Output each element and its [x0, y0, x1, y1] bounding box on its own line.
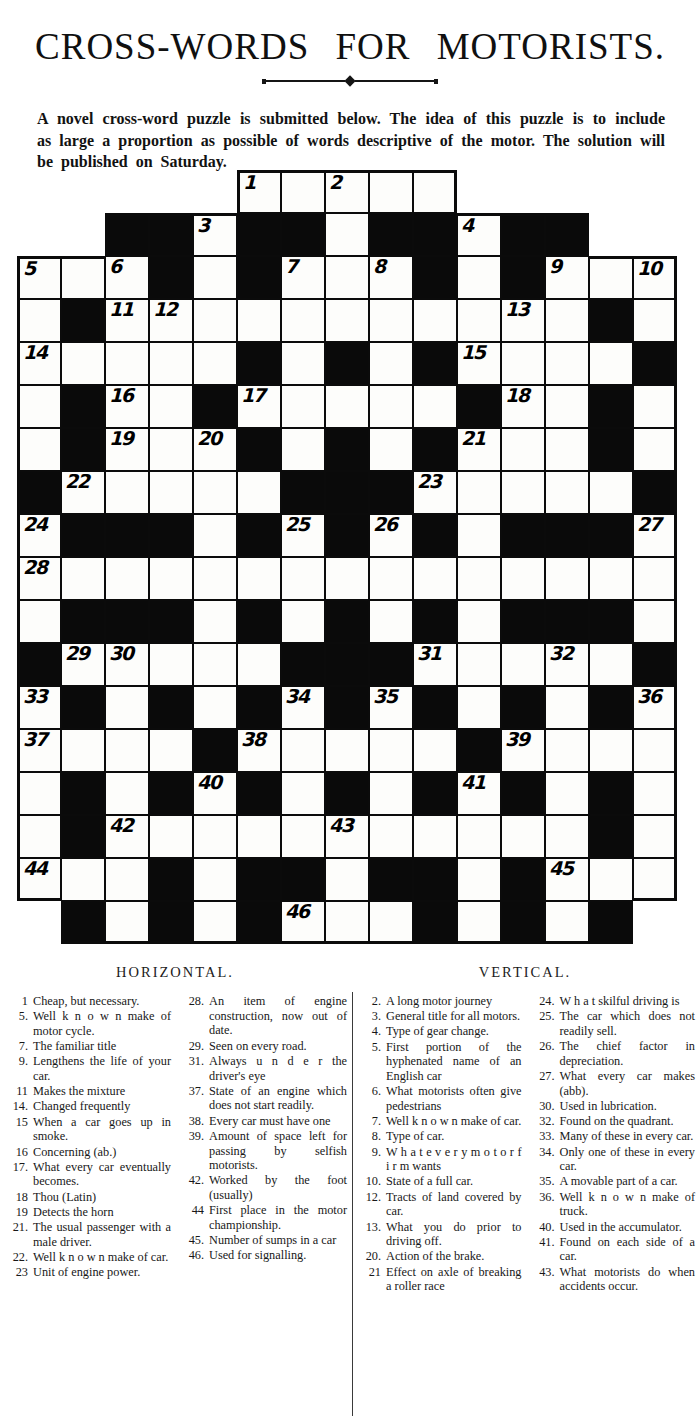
- black-square: [413, 213, 457, 256]
- clue-text: State of an engine which does not start …: [209, 1084, 347, 1113]
- black-square: [61, 772, 105, 815]
- outside-area: [501, 170, 545, 213]
- vertical-clues-column-2: 24.W h a t skilful driving is25.The car …: [527, 992, 700, 1416]
- white-square[interactable]: [501, 428, 545, 471]
- clue: 21Effect on axle of breaking a roller ra…: [354, 1265, 522, 1294]
- divider-end-cap: [434, 79, 438, 84]
- white-square[interactable]: 25: [281, 514, 325, 557]
- white-square[interactable]: [193, 299, 237, 342]
- clue-number: 5.: [1, 1009, 33, 1038]
- white-square[interactable]: [149, 729, 193, 772]
- white-square[interactable]: 42: [105, 815, 149, 858]
- white-square[interactable]: 26: [369, 514, 413, 557]
- white-square[interactable]: [61, 729, 105, 772]
- white-square[interactable]: 7: [281, 256, 325, 299]
- clue-text: Only one of these in every car.: [560, 1145, 696, 1174]
- white-square[interactable]: [589, 557, 633, 600]
- white-square[interactable]: [501, 815, 545, 858]
- horizontal-clues: 1Cheap, but necessary.5.Well k n o w n m…: [0, 992, 352, 1416]
- white-square[interactable]: [105, 901, 149, 944]
- white-square[interactable]: [369, 729, 413, 772]
- clue: 2.A long motor journey: [354, 994, 522, 1009]
- white-square[interactable]: 29: [61, 643, 105, 686]
- white-square[interactable]: 21: [457, 428, 501, 471]
- white-square[interactable]: [281, 342, 325, 385]
- white-square[interactable]: [17, 772, 61, 815]
- clue: 28.An item of engine construction, now o…: [177, 994, 347, 1038]
- white-square[interactable]: [105, 686, 149, 729]
- clue-text: Detects the horn: [33, 1205, 171, 1220]
- clue: 14.Changed frequently: [1, 1099, 171, 1114]
- black-square: [281, 643, 325, 686]
- white-square[interactable]: 15: [457, 342, 501, 385]
- white-square[interactable]: [369, 428, 413, 471]
- clue-text: Worked by the foot (usually): [209, 1173, 347, 1202]
- cell-number: 41: [461, 772, 484, 793]
- white-square[interactable]: [61, 342, 105, 385]
- white-square[interactable]: [633, 815, 677, 858]
- white-square[interactable]: [633, 385, 677, 428]
- white-square[interactable]: [457, 514, 501, 557]
- white-square[interactable]: 24: [17, 514, 61, 557]
- clue-text: Makes the mixture: [33, 1084, 171, 1099]
- white-square[interactable]: [281, 170, 325, 213]
- white-square[interactable]: 9: [545, 256, 589, 299]
- white-square[interactable]: 22: [61, 471, 105, 514]
- clue-text: Type of gear change.: [386, 1024, 522, 1039]
- clue-text: Well k n o w n make of motor cycle.: [33, 1009, 171, 1038]
- clue: 22.Well k n o w n make of car.: [1, 1250, 171, 1265]
- cell-number: 7: [285, 256, 297, 277]
- cell-number: 10: [637, 258, 660, 279]
- white-square[interactable]: [369, 772, 413, 815]
- white-square[interactable]: [61, 557, 105, 600]
- white-square[interactable]: [369, 299, 413, 342]
- white-square[interactable]: [633, 772, 677, 815]
- white-square[interactable]: [325, 385, 369, 428]
- clue: 6.What motorists often give pedestrians: [354, 1084, 522, 1113]
- clue-number: 23: [1, 1265, 33, 1280]
- cell-number: 13: [505, 299, 528, 320]
- white-square[interactable]: [413, 170, 457, 213]
- white-square[interactable]: [193, 858, 237, 901]
- black-square: [589, 514, 633, 557]
- white-square[interactable]: [237, 815, 281, 858]
- cell-number: 8: [373, 256, 385, 277]
- clue: 7.Well k n o w n make of car.: [354, 1114, 522, 1129]
- clue-text: What motorists do when accidents occur.: [560, 1265, 696, 1294]
- white-square[interactable]: [369, 557, 413, 600]
- black-square: [193, 385, 237, 428]
- cell-number: 26: [373, 514, 396, 535]
- cell-number: 39: [505, 729, 528, 750]
- clue-number: 35.: [528, 1174, 560, 1189]
- white-square[interactable]: [369, 901, 413, 944]
- white-square[interactable]: [545, 471, 589, 514]
- white-square[interactable]: 11: [105, 299, 149, 342]
- white-square[interactable]: 33: [17, 686, 61, 729]
- black-square: [61, 686, 105, 729]
- cell-number: 18: [505, 385, 528, 406]
- white-square[interactable]: [589, 256, 633, 299]
- outside-area: [193, 170, 237, 213]
- white-square[interactable]: 5: [17, 256, 61, 299]
- white-square[interactable]: [545, 686, 589, 729]
- white-square[interactable]: [369, 342, 413, 385]
- white-square[interactable]: [369, 170, 413, 213]
- white-square[interactable]: 45: [545, 858, 589, 901]
- white-square[interactable]: [413, 385, 457, 428]
- clue-text: Type of car.: [386, 1129, 522, 1144]
- clue: 10.State of a full car.: [354, 1174, 522, 1189]
- white-square[interactable]: 31: [413, 643, 457, 686]
- white-square[interactable]: [281, 557, 325, 600]
- clue: 11Makes the mixture: [1, 1084, 171, 1099]
- clue-number: 21: [354, 1265, 386, 1294]
- black-square: [457, 729, 501, 772]
- cell-number: 46: [285, 901, 308, 922]
- clue: 31.Always u n d e r the driver's eye: [177, 1054, 347, 1083]
- white-square[interactable]: 4: [457, 213, 501, 256]
- white-square[interactable]: 32: [545, 643, 589, 686]
- clue-number: 7.: [354, 1114, 386, 1129]
- clue-text: Thou (Latin): [33, 1190, 171, 1205]
- clue-lists: 1Cheap, but necessary.5.Well k n o w n m…: [0, 992, 700, 1416]
- clue: 44First place in the motor championship.: [177, 1203, 347, 1232]
- white-square[interactable]: [457, 686, 501, 729]
- white-square[interactable]: [457, 557, 501, 600]
- cell-number: 27: [637, 514, 660, 535]
- white-square[interactable]: [325, 729, 369, 772]
- clue-number: 41.: [528, 1235, 560, 1264]
- white-square[interactable]: [545, 815, 589, 858]
- white-square[interactable]: [545, 428, 589, 471]
- black-square: [61, 428, 105, 471]
- white-square[interactable]: [501, 643, 545, 686]
- white-square[interactable]: 27: [633, 514, 677, 557]
- white-square[interactable]: 41: [457, 772, 501, 815]
- clue-number: 21.: [1, 1220, 33, 1249]
- clue-text: State of a full car.: [386, 1174, 522, 1189]
- black-square: [237, 342, 281, 385]
- white-square[interactable]: [193, 815, 237, 858]
- white-square[interactable]: [457, 643, 501, 686]
- clue-text: Seen on every road.: [209, 1039, 347, 1054]
- white-square[interactable]: [457, 256, 501, 299]
- clue-text: When a car goes up in smoke.: [33, 1115, 171, 1144]
- clue-number: 9.: [354, 1145, 386, 1174]
- white-square[interactable]: 16: [105, 385, 149, 428]
- white-square[interactable]: [369, 815, 413, 858]
- white-square[interactable]: [457, 901, 501, 944]
- clue-number: 13.: [354, 1220, 386, 1249]
- clue: 9.W h a t e v e r y m o t o r f i r m wa…: [354, 1145, 522, 1174]
- black-square: [325, 600, 369, 643]
- clue-text: Well k n o w n make of car.: [33, 1250, 171, 1265]
- clue-number: 11: [1, 1084, 33, 1099]
- white-square[interactable]: [193, 686, 237, 729]
- white-square[interactable]: [17, 600, 61, 643]
- white-square[interactable]: 38: [237, 729, 281, 772]
- white-square[interactable]: [149, 471, 193, 514]
- black-square: [501, 256, 545, 299]
- white-square[interactable]: [501, 342, 545, 385]
- white-square[interactable]: 44: [17, 858, 61, 901]
- white-square[interactable]: [237, 557, 281, 600]
- black-square: [61, 385, 105, 428]
- clue: 43.What motorists do when accidents occu…: [528, 1265, 696, 1294]
- white-square[interactable]: [457, 815, 501, 858]
- cell-number: 42: [109, 815, 132, 836]
- white-square[interactable]: 18: [501, 385, 545, 428]
- white-square[interactable]: [281, 299, 325, 342]
- outside-area: [589, 213, 633, 256]
- white-square[interactable]: [149, 815, 193, 858]
- clue-number: 19: [1, 1205, 33, 1220]
- black-square: [17, 643, 61, 686]
- cell-number: 25: [285, 514, 308, 535]
- cell-number: 9: [549, 256, 561, 277]
- cell-number: 36: [637, 686, 660, 707]
- white-square[interactable]: [149, 643, 193, 686]
- white-square[interactable]: [369, 385, 413, 428]
- white-square[interactable]: [545, 901, 589, 944]
- clue-number: 33.: [528, 1129, 560, 1144]
- black-square: [633, 471, 677, 514]
- black-square: [17, 471, 61, 514]
- clue-text: Found on the quadrant.: [560, 1114, 696, 1129]
- clue-number: 40.: [528, 1220, 560, 1235]
- white-square[interactable]: [105, 729, 149, 772]
- white-square[interactable]: [61, 256, 105, 299]
- white-square[interactable]: 35: [369, 686, 413, 729]
- black-square: [413, 772, 457, 815]
- white-square[interactable]: [105, 342, 149, 385]
- clue: 41.Found on each side of a car.: [528, 1235, 696, 1264]
- outside-area: [61, 213, 105, 256]
- white-square[interactable]: [325, 213, 369, 256]
- black-square: [501, 772, 545, 815]
- white-square[interactable]: 37: [17, 729, 61, 772]
- clue: 12.Tracts of land covered by car.: [354, 1190, 522, 1219]
- white-square[interactable]: [633, 600, 677, 643]
- cell-number: 29: [65, 643, 88, 664]
- white-square[interactable]: 30: [105, 643, 149, 686]
- white-square[interactable]: 40: [193, 772, 237, 815]
- white-square[interactable]: [193, 342, 237, 385]
- white-square[interactable]: 46: [281, 901, 325, 944]
- white-square[interactable]: 20: [193, 428, 237, 471]
- white-square[interactable]: [545, 729, 589, 772]
- white-square[interactable]: [149, 342, 193, 385]
- white-square[interactable]: [545, 385, 589, 428]
- white-square[interactable]: [149, 428, 193, 471]
- black-square: [281, 858, 325, 901]
- outside-area: [633, 213, 677, 256]
- white-square[interactable]: [457, 600, 501, 643]
- white-square[interactable]: [193, 471, 237, 514]
- white-square[interactable]: [413, 557, 457, 600]
- cell-number: 37: [23, 729, 46, 750]
- white-square[interactable]: [237, 299, 281, 342]
- black-square: [501, 686, 545, 729]
- white-square[interactable]: [325, 901, 369, 944]
- white-square[interactable]: [149, 385, 193, 428]
- cell-number: 43: [329, 815, 352, 836]
- cell-number: 30: [109, 643, 132, 664]
- black-square: [61, 600, 105, 643]
- cell-number: 45: [549, 858, 572, 879]
- white-square[interactable]: [589, 858, 633, 901]
- white-square[interactable]: [369, 600, 413, 643]
- white-square[interactable]: [17, 385, 61, 428]
- white-square[interactable]: [281, 385, 325, 428]
- white-square[interactable]: 2: [325, 170, 369, 213]
- white-square[interactable]: 19: [105, 428, 149, 471]
- white-square[interactable]: [633, 557, 677, 600]
- white-square[interactable]: [193, 557, 237, 600]
- cell-number: 6: [109, 256, 121, 277]
- white-square[interactable]: [633, 729, 677, 772]
- cell-number: 4: [461, 215, 473, 236]
- white-square[interactable]: [237, 471, 281, 514]
- black-square: [501, 901, 545, 944]
- black-square: [105, 600, 149, 643]
- white-square[interactable]: [413, 815, 457, 858]
- clue-number: 25.: [528, 1009, 560, 1038]
- clue: 39.Amount of space left for passing by s…: [177, 1129, 347, 1173]
- white-square[interactable]: 8: [369, 256, 413, 299]
- clue: 16Concerning (ab.): [1, 1145, 171, 1160]
- white-square[interactable]: 28: [17, 557, 61, 600]
- white-square[interactable]: [589, 643, 633, 686]
- clue-number: 3.: [354, 1009, 386, 1024]
- white-square[interactable]: 23: [413, 471, 457, 514]
- white-square[interactable]: [325, 256, 369, 299]
- white-square[interactable]: 36: [633, 686, 677, 729]
- white-square[interactable]: [149, 557, 193, 600]
- white-square[interactable]: [17, 428, 61, 471]
- white-square[interactable]: [193, 600, 237, 643]
- clue: 23Unit of engine power.: [1, 1265, 171, 1280]
- white-square[interactable]: 12: [149, 299, 193, 342]
- white-square[interactable]: [501, 557, 545, 600]
- white-square[interactable]: [545, 342, 589, 385]
- black-square: [589, 901, 633, 944]
- white-square[interactable]: [17, 299, 61, 342]
- white-square[interactable]: [237, 643, 281, 686]
- white-square[interactable]: [633, 428, 677, 471]
- white-square[interactable]: [545, 299, 589, 342]
- white-square[interactable]: [193, 643, 237, 686]
- white-square[interactable]: [105, 471, 149, 514]
- white-square[interactable]: [281, 428, 325, 471]
- black-square: [237, 772, 281, 815]
- white-square[interactable]: [457, 471, 501, 514]
- white-square[interactable]: [413, 729, 457, 772]
- white-square[interactable]: [193, 256, 237, 299]
- cell-number: 20: [197, 428, 220, 449]
- cell-number: 16: [109, 385, 132, 406]
- white-square[interactable]: 34: [281, 686, 325, 729]
- clue: 19Detects the horn: [1, 1205, 171, 1220]
- white-square[interactable]: [325, 858, 369, 901]
- white-square[interactable]: [589, 342, 633, 385]
- white-square[interactable]: [281, 772, 325, 815]
- white-square[interactable]: [61, 858, 105, 901]
- clue-text: Used in the accumulator.: [560, 1220, 696, 1235]
- clue-text: What every car eventually becomes.: [33, 1160, 171, 1189]
- clue-text: General title for all motors.: [386, 1009, 522, 1024]
- clue-number: 29.: [177, 1039, 209, 1054]
- black-square: [589, 600, 633, 643]
- clue-text: What you do prior to driving off.: [386, 1220, 522, 1249]
- clue: 45.Number of sumps in a car: [177, 1233, 347, 1248]
- clue: 13.What you do prior to driving off.: [354, 1220, 522, 1249]
- black-square: [501, 213, 545, 256]
- white-square[interactable]: 17: [237, 385, 281, 428]
- black-square: [501, 600, 545, 643]
- clue-number: 43.: [528, 1265, 560, 1294]
- clue: 26.The chief factor in depreciation.: [528, 1039, 696, 1068]
- clue: 8.Type of car.: [354, 1129, 522, 1144]
- white-square[interactable]: [105, 772, 149, 815]
- white-square[interactable]: [281, 600, 325, 643]
- white-square[interactable]: [457, 299, 501, 342]
- white-square[interactable]: [105, 557, 149, 600]
- white-square[interactable]: [545, 772, 589, 815]
- black-square: [589, 385, 633, 428]
- page-title: CROSS-WORDS FOR MOTORISTS.: [0, 25, 700, 68]
- white-square[interactable]: 13: [501, 299, 545, 342]
- white-square[interactable]: [589, 729, 633, 772]
- clue-text: Used in lubrication.: [560, 1099, 696, 1114]
- white-square[interactable]: [633, 858, 677, 901]
- white-square[interactable]: [325, 299, 369, 342]
- white-square[interactable]: [281, 729, 325, 772]
- white-square[interactable]: 6: [105, 256, 149, 299]
- white-square[interactable]: [413, 299, 457, 342]
- black-square: [501, 514, 545, 557]
- white-square[interactable]: [105, 858, 149, 901]
- white-square[interactable]: 1: [237, 170, 281, 213]
- clue-text: Changed frequently: [33, 1099, 171, 1114]
- black-square: [281, 471, 325, 514]
- white-square[interactable]: 10: [633, 256, 677, 299]
- white-square[interactable]: [501, 471, 545, 514]
- white-square[interactable]: 39: [501, 729, 545, 772]
- clue-text: Used for signalling.: [209, 1248, 347, 1263]
- white-square[interactable]: [281, 815, 325, 858]
- white-square[interactable]: 14: [17, 342, 61, 385]
- white-square[interactable]: [17, 815, 61, 858]
- clue-number: 1: [1, 994, 33, 1009]
- white-square[interactable]: [545, 557, 589, 600]
- cell-number: 38: [241, 729, 264, 750]
- white-square[interactable]: [633, 299, 677, 342]
- cell-number: 21: [461, 428, 484, 449]
- clue-number: 5.: [354, 1040, 386, 1084]
- clue: 34.Only one of these in every car.: [528, 1145, 696, 1174]
- white-square[interactable]: [193, 514, 237, 557]
- white-square[interactable]: 3: [193, 213, 237, 256]
- white-square[interactable]: [325, 557, 369, 600]
- white-square[interactable]: 43: [325, 815, 369, 858]
- white-square[interactable]: [589, 471, 633, 514]
- white-square[interactable]: [193, 901, 237, 944]
- black-square: [237, 428, 281, 471]
- white-square[interactable]: [457, 858, 501, 901]
